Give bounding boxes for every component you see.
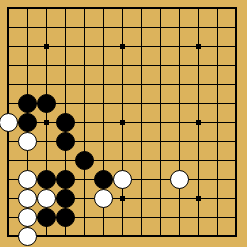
black-stone[interactable] (37, 208, 56, 227)
white-stone[interactable] (37, 189, 56, 208)
white-stone[interactable] (18, 189, 37, 208)
white-stone[interactable] (18, 132, 37, 151)
black-stone[interactable] (37, 94, 56, 113)
star-point (196, 196, 201, 201)
star-point (196, 120, 201, 125)
black-stone[interactable] (18, 94, 37, 113)
black-stone[interactable] (37, 170, 56, 189)
star-point (120, 120, 125, 125)
star-point (44, 120, 49, 125)
white-stone[interactable] (94, 189, 113, 208)
black-stone[interactable] (18, 113, 37, 132)
star-point (120, 196, 125, 201)
star-point (44, 44, 49, 49)
white-stone[interactable] (18, 227, 37, 246)
black-stone[interactable] (75, 151, 94, 170)
black-stone[interactable] (94, 170, 113, 189)
star-point (196, 44, 201, 49)
black-stone[interactable] (56, 208, 75, 227)
black-stone[interactable] (56, 113, 75, 132)
black-stone[interactable] (56, 189, 75, 208)
white-stone[interactable] (18, 208, 37, 227)
white-stone[interactable] (18, 170, 37, 189)
black-stone[interactable] (56, 170, 75, 189)
black-stone[interactable] (56, 132, 75, 151)
go-board[interactable] (0, 0, 247, 247)
white-stone[interactable] (113, 170, 132, 189)
star-point (120, 44, 125, 49)
white-stone[interactable] (170, 170, 189, 189)
